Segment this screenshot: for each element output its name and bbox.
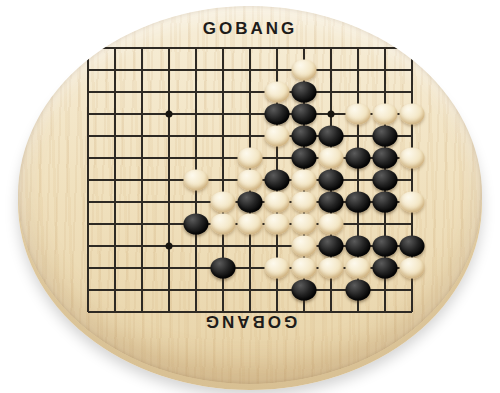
- board-photo: GOBANG GOBANG: [0, 0, 500, 393]
- white-stone[interactable]: [265, 192, 290, 213]
- white-stone[interactable]: [238, 148, 263, 169]
- white-stone[interactable]: [346, 104, 371, 125]
- black-stone[interactable]: [265, 170, 290, 191]
- white-stone[interactable]: [292, 258, 317, 279]
- white-stone[interactable]: [265, 214, 290, 235]
- white-stone[interactable]: [400, 148, 425, 169]
- black-stone[interactable]: [373, 192, 398, 213]
- white-stone[interactable]: [265, 126, 290, 147]
- black-stone[interactable]: [373, 258, 398, 279]
- board-title-bottom: GOBANG: [18, 311, 482, 331]
- white-stone[interactable]: [319, 214, 344, 235]
- white-stone[interactable]: [319, 258, 344, 279]
- black-stone[interactable]: [319, 126, 344, 147]
- black-stone[interactable]: [346, 148, 371, 169]
- black-stone[interactable]: [265, 104, 290, 125]
- black-stone[interactable]: [346, 236, 371, 257]
- star-point: [166, 111, 173, 118]
- white-stone[interactable]: [373, 104, 398, 125]
- white-stone[interactable]: [319, 148, 344, 169]
- white-stone[interactable]: [265, 258, 290, 279]
- star-point: [166, 243, 173, 250]
- white-stone[interactable]: [400, 104, 425, 125]
- black-stone[interactable]: [292, 280, 317, 301]
- white-stone[interactable]: [292, 236, 317, 257]
- white-stone[interactable]: [400, 192, 425, 213]
- white-stone[interactable]: [265, 82, 290, 103]
- black-stone[interactable]: [373, 126, 398, 147]
- white-stone[interactable]: [211, 214, 236, 235]
- white-stone[interactable]: [346, 258, 371, 279]
- black-stone[interactable]: [238, 192, 263, 213]
- black-stone[interactable]: [292, 104, 317, 125]
- white-stone[interactable]: [238, 170, 263, 191]
- white-stone[interactable]: [292, 192, 317, 213]
- black-stone[interactable]: [292, 148, 317, 169]
- game-board-disc: GOBANG GOBANG: [18, 6, 482, 384]
- black-stone[interactable]: [373, 236, 398, 257]
- black-stone[interactable]: [211, 258, 236, 279]
- black-stone[interactable]: [319, 236, 344, 257]
- black-stone[interactable]: [373, 170, 398, 191]
- black-stone[interactable]: [292, 126, 317, 147]
- white-stone[interactable]: [400, 258, 425, 279]
- black-stone[interactable]: [346, 280, 371, 301]
- black-stone[interactable]: [319, 192, 344, 213]
- black-stone[interactable]: [292, 82, 317, 103]
- black-stone[interactable]: [184, 214, 209, 235]
- black-stone[interactable]: [319, 170, 344, 191]
- white-stone[interactable]: [292, 60, 317, 81]
- white-stone[interactable]: [211, 192, 236, 213]
- white-stone[interactable]: [238, 214, 263, 235]
- white-stone[interactable]: [292, 214, 317, 235]
- white-stone[interactable]: [292, 170, 317, 191]
- black-stone[interactable]: [400, 236, 425, 257]
- black-stone[interactable]: [373, 148, 398, 169]
- star-point: [328, 111, 335, 118]
- black-stone[interactable]: [346, 192, 371, 213]
- white-stone[interactable]: [184, 170, 209, 191]
- board-title-top: GOBANG: [18, 19, 482, 39]
